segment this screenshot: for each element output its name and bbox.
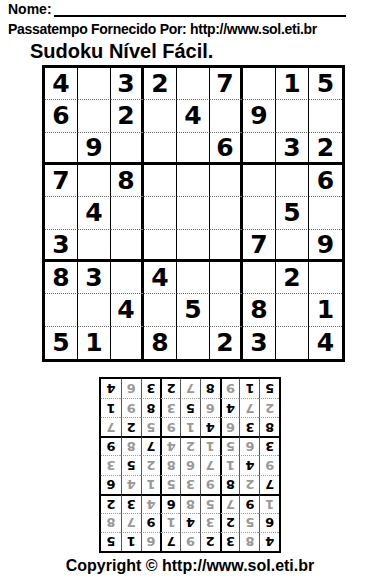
cell-r5c8: 5	[276, 197, 309, 229]
answer-cell-r1c2: 8	[239, 532, 259, 551]
cell-r8c4	[144, 294, 177, 326]
cell-r4c3: 8	[111, 165, 144, 197]
answer-cell-r9c1: 5	[259, 379, 279, 398]
answer-cell-r1c7: 6	[141, 532, 161, 551]
answer-cell-r4c8: 4	[121, 475, 141, 494]
name-row: Nome:	[8, 1, 346, 17]
answer-cell-r8c7: 8	[141, 398, 161, 417]
cell-r9c3	[111, 327, 144, 359]
cell-r2c7: 9	[243, 100, 276, 132]
provider-text: Passatempo Fornecido Por: http://www.sol…	[8, 21, 317, 37]
cell-r3c7	[243, 133, 276, 165]
answer-cell-r9c4: 8	[200, 379, 220, 398]
answer-cell-r5c7: 2	[141, 455, 161, 474]
cell-r3c5	[177, 133, 210, 165]
cell-r8c8	[276, 294, 309, 326]
cell-r5c1	[45, 197, 78, 229]
answer-cell-r3c3: 7	[220, 494, 240, 513]
answer-cell-r4c4: 9	[200, 475, 220, 494]
cell-r6c9: 9	[309, 230, 342, 262]
answer-cell-r2c4: 3	[200, 513, 220, 532]
cell-r4c1: 7	[45, 165, 78, 197]
name-underline	[54, 2, 346, 17]
answer-cell-r2c2: 5	[239, 513, 259, 532]
answer-cell-r1c8: 1	[121, 532, 141, 551]
cell-r6c7: 7	[243, 230, 276, 262]
cell-r1c4: 2	[144, 68, 177, 100]
answer-cell-r5c5: 6	[180, 455, 200, 474]
cell-r6c8	[276, 230, 309, 262]
answer-cell-r6c7: 7	[141, 436, 161, 455]
answer-cell-r3c2: 9	[239, 494, 259, 513]
cell-r1c6: 7	[210, 68, 243, 100]
cell-r1c5	[177, 68, 210, 100]
cell-r3c8: 3	[276, 133, 309, 165]
cell-r8c3: 4	[111, 294, 144, 326]
cell-r7c6	[210, 262, 243, 294]
cell-r9c2: 1	[78, 327, 111, 359]
cell-r3c3	[111, 133, 144, 165]
cell-r7c4: 4	[144, 262, 177, 294]
cell-r4c4	[144, 165, 177, 197]
cell-r4c8	[276, 165, 309, 197]
answer-cell-r8c9: 1	[101, 398, 121, 417]
cell-r2c5: 4	[177, 100, 210, 132]
cell-r5c4	[144, 197, 177, 229]
cell-r9c8	[276, 327, 309, 359]
cell-r9c7: 3	[243, 327, 276, 359]
answer-cell-r8c4: 6	[200, 398, 220, 417]
cell-r1c3: 3	[111, 68, 144, 100]
answer-cell-r9c7: 3	[141, 379, 161, 398]
cell-r4c9: 6	[309, 165, 342, 197]
cell-r7c2: 3	[78, 262, 111, 294]
answer-cell-r2c8: 7	[121, 513, 141, 532]
answer-cell-r5c6: 8	[160, 455, 180, 474]
name-label: Nome:	[8, 1, 52, 17]
answer-cell-r6c1: 3	[259, 436, 279, 455]
cell-r9c4: 8	[144, 327, 177, 359]
answer-cell-r5c9: 3	[101, 455, 121, 474]
answer-cell-r2c1: 6	[259, 513, 279, 532]
answer-cell-r3c8: 3	[121, 494, 141, 513]
answer-cell-r7c5: 1	[180, 417, 200, 436]
cell-r5c5	[177, 197, 210, 229]
cell-r2c3: 2	[111, 100, 144, 132]
cell-r6c2	[78, 230, 111, 262]
cell-r1c8: 1	[276, 68, 309, 100]
answer-cell-r8c8: 9	[121, 398, 141, 417]
answer-cell-r4c3: 8	[220, 475, 240, 494]
answer-cell-r2c6: 1	[160, 513, 180, 532]
answer-cell-r6c4: 1	[200, 436, 220, 455]
answer-cell-r5c4: 7	[200, 455, 220, 474]
cell-r2c6	[210, 100, 243, 132]
cell-r8c1	[45, 294, 78, 326]
answer-cell-r6c6: 4	[160, 436, 180, 455]
answer-cell-r1c3: 3	[220, 532, 240, 551]
answer-cell-r5c1: 9	[259, 455, 279, 474]
answer-cell-r1c5: 9	[180, 532, 200, 551]
answer-cell-r9c8: 6	[121, 379, 141, 398]
answer-cell-r2c3: 2	[220, 513, 240, 532]
cell-r5c3	[111, 197, 144, 229]
answer-cell-r8c1: 2	[259, 398, 279, 417]
sudoku-board: 432715624996327864537983424581518234	[42, 65, 345, 362]
cell-r2c4	[144, 100, 177, 132]
cell-r7c8: 2	[276, 262, 309, 294]
answer-cell-r6c2: 6	[239, 436, 259, 455]
cell-r2c8	[276, 100, 309, 132]
cell-r3c9: 2	[309, 133, 342, 165]
answer-cell-r8c5: 5	[180, 398, 200, 417]
copyright-text: Copyright © http://www.sol.eti.br	[0, 557, 380, 575]
cell-r6c1: 3	[45, 230, 78, 262]
answer-cell-r3c5: 8	[180, 494, 200, 513]
answer-cell-r2c7: 9	[141, 513, 161, 532]
answer-cell-r8c3: 4	[220, 398, 240, 417]
cell-r3c1	[45, 133, 78, 165]
answer-cell-r5c3: 1	[220, 455, 240, 474]
answer-cell-r3c6: 6	[160, 494, 180, 513]
answer-cell-r8c6: 3	[160, 398, 180, 417]
cell-r5c7	[243, 197, 276, 229]
cell-r4c5	[177, 165, 210, 197]
answer-cell-r6c9: 9	[101, 436, 121, 455]
answer-cell-r7c6: 9	[160, 417, 180, 436]
answer-cell-r7c1: 8	[259, 417, 279, 436]
answer-cell-r7c7: 5	[141, 417, 161, 436]
cell-r7c5	[177, 262, 210, 294]
cell-r7c3	[111, 262, 144, 294]
answer-cell-r7c9: 7	[101, 417, 121, 436]
cell-r1c1: 4	[45, 68, 78, 100]
cell-r3c2: 9	[78, 133, 111, 165]
answer-cell-r2c9: 8	[101, 513, 121, 532]
answer-cell-r9c6: 2	[160, 379, 180, 398]
cell-r1c7	[243, 68, 276, 100]
answer-cell-r4c6: 5	[160, 475, 180, 494]
cell-r7c1: 8	[45, 262, 78, 294]
answer-cell-r3c1: 1	[259, 494, 279, 513]
cell-r6c3	[111, 230, 144, 262]
answer-cell-r7c8: 2	[121, 417, 141, 436]
answer-cell-r3c7: 4	[141, 494, 161, 513]
cell-r4c6	[210, 165, 243, 197]
cell-r9c9: 4	[309, 327, 342, 359]
cell-r5c9	[309, 197, 342, 229]
answer-cell-r4c1: 7	[259, 475, 279, 494]
cell-r6c6	[210, 230, 243, 262]
answer-cell-r1c4: 2	[200, 532, 220, 551]
answer-cell-r9c3: 9	[220, 379, 240, 398]
cell-r2c1: 6	[45, 100, 78, 132]
cell-r5c6	[210, 197, 243, 229]
answer-cell-r5c2: 4	[239, 455, 259, 474]
answer-cell-r4c5: 3	[180, 475, 200, 494]
answer-cell-r8c2: 7	[239, 398, 259, 417]
cell-r8c7: 8	[243, 294, 276, 326]
cell-r1c9: 5	[309, 68, 342, 100]
cell-r8c6	[210, 294, 243, 326]
answer-cell-r1c1: 4	[259, 532, 279, 551]
cell-r2c2	[78, 100, 111, 132]
answer-cell-r3c4: 5	[200, 494, 220, 513]
answer-cell-r1c6: 7	[160, 532, 180, 551]
answer-cell-r4c7: 1	[141, 475, 161, 494]
cell-r4c7	[243, 165, 276, 197]
answer-cell-r6c5: 2	[180, 436, 200, 455]
page-title: Sudoku Nível Fácil.	[30, 40, 213, 63]
cell-r5c2: 4	[78, 197, 111, 229]
worksheet-page: Nome: Passatempo Fornecido Por: http://w…	[0, 0, 380, 585]
answer-cell-r9c5: 7	[180, 379, 200, 398]
cell-r9c5	[177, 327, 210, 359]
cell-r6c4	[144, 230, 177, 262]
cell-r9c1: 5	[45, 327, 78, 359]
answer-cell-r4c2: 2	[239, 475, 259, 494]
cell-r1c2	[78, 68, 111, 100]
answer-cell-r3c9: 2	[101, 494, 121, 513]
cell-r8c9: 1	[309, 294, 342, 326]
answer-cell-r7c4: 4	[200, 417, 220, 436]
cell-r6c5	[177, 230, 210, 262]
cell-r2c9	[309, 100, 342, 132]
answer-cell-r4c9: 6	[101, 475, 121, 494]
cell-r7c9	[309, 262, 342, 294]
cell-r4c2	[78, 165, 111, 197]
answer-cell-r7c3: 6	[220, 417, 240, 436]
answer-cell-r9c9: 4	[101, 379, 121, 398]
cell-r8c5: 5	[177, 294, 210, 326]
cell-r9c6: 2	[210, 327, 243, 359]
cell-r7c7	[243, 262, 276, 294]
answer-cell-r9c2: 1	[239, 379, 259, 398]
answer-cell-r6c3: 5	[220, 436, 240, 455]
answer-cell-r7c2: 3	[239, 417, 259, 436]
cell-r3c4	[144, 133, 177, 165]
answer-cell-r6c8: 8	[121, 436, 141, 455]
answer-cell-r2c5: 4	[180, 513, 200, 532]
answer-cell-r1c9: 5	[101, 532, 121, 551]
answer-cell-r5c8: 5	[121, 455, 141, 474]
sudoku-answer-key-board: 4832976156523419781975864327289351469417…	[99, 377, 281, 553]
cell-r3c6: 6	[210, 133, 243, 165]
cell-r8c2	[78, 294, 111, 326]
